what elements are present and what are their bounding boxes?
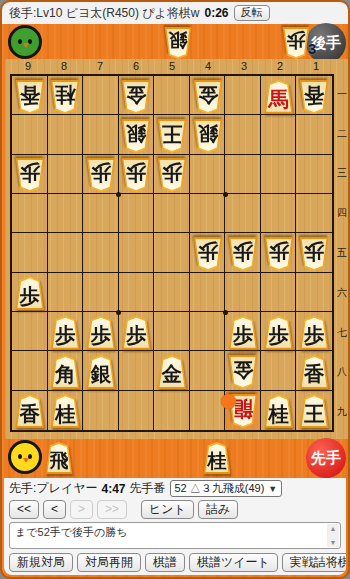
board-cell-3-3[interactable] [225,155,261,194]
board-cell-6-6[interactable] [119,273,155,312]
shogi-piece-金[interactable]: 金 [193,80,223,114]
piece-glyph: 金 [197,84,217,109]
board-cell-9-5[interactable] [12,233,48,272]
piece-glyph: 桂 [55,84,75,109]
shogi-piece-歩[interactable]: 歩 [228,237,258,271]
rank-label: 二 [335,114,349,154]
piece-glyph: 歩 [233,320,253,345]
shogi-piece-歩[interactable]: 歩 [86,158,116,192]
piece-glyph: 香 [304,359,324,384]
board-cell-2-2[interactable] [261,115,297,154]
board-cell-6-9[interactable] [119,391,155,430]
piece-glyph: 歩 [268,320,288,345]
board-cell-2-6[interactable] [261,273,297,312]
rank-label: 五 [335,233,349,273]
board-cell-5-1[interactable] [154,76,190,115]
new-game-button[interactable]: 新規対局 [9,553,73,572]
piece-glyph: 王 [162,123,182,148]
sente-avatar [8,440,42,474]
move-list-select[interactable]: 52 △３九飛成(49) ▼ [170,480,283,497]
board-cell-5-5[interactable] [154,233,190,272]
board-cell-7-6[interactable] [83,273,119,312]
board-cell-3-4[interactable] [225,194,261,233]
shogi-piece-歩[interactable]: 歩 [15,276,45,310]
board-cell-4-6[interactable] [190,273,226,312]
shogi-piece-歩[interactable]: 歩 [299,237,329,271]
scrollbar[interactable]: ▲ ▼ [327,524,339,547]
shogi-piece-歩[interactable]: 歩 [50,316,80,350]
board-cell-7-2[interactable] [83,115,119,154]
piece-glyph: 金 [162,359,182,384]
sente-player-info: 先手:プレイヤー [9,480,97,497]
piece-glyph: 桂 [268,399,288,424]
piece-glyph: 香 [304,84,324,109]
board-cell-3-6[interactable] [225,273,261,312]
board-cell-8-2[interactable] [48,115,84,154]
shogi-piece-金[interactable]: 金 [157,355,187,389]
board-cell-7-5[interactable] [83,233,119,272]
piece-glyph: 飛 [49,446,68,470]
shogi-piece-香[interactable]: 香 [15,80,45,114]
piece-glyph: 歩 [268,241,288,266]
shogi-piece-角[interactable]: 角 [50,355,80,389]
shogi-piece-歩[interactable]: 歩 [193,237,223,271]
shogi-piece-歩[interactable]: 歩 [15,158,45,192]
rank-label: 八 [335,352,349,392]
rank-label: 一 [335,74,349,114]
shogi-piece-歩[interactable]: 歩 [157,158,187,192]
board-cell-6-8[interactable] [119,351,155,390]
piece-glyph: 銀 [197,123,217,148]
piece-glyph: 歩 [91,320,111,345]
shogi-piece-歩[interactable]: 歩 [121,158,151,192]
file-label: 6 [118,60,154,73]
first-move-button[interactable]: << [9,500,39,519]
gote-avatar [8,25,42,59]
piece-glyph: 歩 [91,163,111,188]
piece-glyph: 香 [20,399,40,424]
piece-glyph: 金 [126,84,146,109]
piece-glyph: 歩 [162,163,182,188]
board-cell-4-9[interactable] [190,391,226,430]
avatar-beak [23,43,29,48]
rank-coordinates: 一二三四五六七八九 [335,74,349,432]
piece-glyph: 歩 [304,241,324,266]
board-cell-1-6[interactable] [296,273,332,312]
gote-player-info: 後手:Lv10 ピヨ太(R450) ぴよ将棋w [9,5,200,22]
file-label: 8 [46,60,82,73]
shogi-piece-歩[interactable]: 歩 [86,316,116,350]
board-cell-8-5[interactable] [48,233,84,272]
shogi-piece-歩[interactable]: 歩 [264,316,294,350]
piece-glyph: 銀 [91,359,111,384]
piece-glyph: 銀 [168,31,187,55]
board-cell-2-8[interactable] [261,351,297,390]
board-cell-3-2[interactable] [225,115,261,154]
board-cell-1-2[interactable] [296,115,332,154]
mate-check-button[interactable]: 詰み [198,500,238,519]
shogi-piece-歩[interactable]: 歩 [282,27,310,59]
next-move-button[interactable]: > [70,500,93,519]
hand-piece-count: 3 [308,40,316,57]
board-cell-7-1[interactable] [83,76,119,115]
board-cell-8-4[interactable] [48,194,84,233]
last-move-button[interactable]: >> [97,500,127,519]
piece-glyph: 銀 [126,123,146,148]
shogi-piece-桂[interactable]: 桂 [50,80,80,114]
board-cell-7-9[interactable] [83,391,119,430]
shogi-piece-王[interactable]: 王 [299,394,329,428]
piece-glyph: 香 [20,84,40,109]
shogi-piece-歩[interactable]: 歩 [121,316,151,350]
board-cell-5-9[interactable] [154,391,190,430]
resume-game-button[interactable]: 対局再開 [77,553,141,572]
file-label: 1 [298,60,334,73]
board-cell-8-6[interactable] [48,273,84,312]
file-coordinates: 987654321 [10,60,334,73]
board-cell-5-4[interactable] [154,194,190,233]
sente-badge: 先手 [306,438,346,478]
shogi-piece-歩[interactable]: 歩 [264,237,294,271]
board-cell-6-5[interactable] [119,233,155,272]
shogi-piece-桂[interactable]: 桂 [203,442,231,474]
rank-label: 四 [335,193,349,233]
file-label: 5 [154,60,190,73]
piece-glyph: 金 [233,359,253,384]
shogi-piece-銀[interactable]: 銀 [86,355,116,389]
flip-board-button[interactable]: 反転 [234,5,270,21]
board-cell-2-3[interactable] [261,155,297,194]
board-cell-7-4[interactable] [83,194,119,233]
shogi-piece-銀[interactable]: 銀 [164,27,192,59]
file-label: 4 [190,60,226,73]
board-cell-2-4[interactable] [261,194,297,233]
scroll-up-icon[interactable]: ▲ [330,524,337,533]
shogi-piece-王[interactable]: 王 [157,119,187,153]
board-cell-4-7[interactable] [190,312,226,351]
board-cell-9-4[interactable] [12,194,48,233]
board-cell-9-8[interactable] [12,351,48,390]
sente-clock: 4:47 [101,482,125,496]
piece-glyph: 桂 [207,446,226,470]
piece-glyph: 歩 [304,320,324,345]
shogi-piece-金[interactable]: 金 [228,355,258,389]
piece-glyph: 歩 [20,281,40,306]
avatar-beak [23,458,29,463]
shogi-piece-金[interactable]: 金 [121,80,151,114]
file-label: 3 [226,60,262,73]
last-move-marker [221,394,236,409]
file-label: 9 [10,60,46,73]
shogi-piece-桂[interactable]: 桂 [50,394,80,428]
piece-glyph: 桂 [55,399,75,424]
shogi-piece-香[interactable]: 香 [299,355,329,389]
board-cell-4-4[interactable] [190,194,226,233]
shogi-piece-歩[interactable]: 歩 [299,316,329,350]
board-cell-9-7[interactable] [12,312,48,351]
shogi-piece-香[interactable]: 香 [15,394,45,428]
shogi-piece-銀[interactable]: 銀 [193,119,223,153]
piece-glyph: 歩 [20,163,40,188]
rank-label: 七 [335,313,349,353]
shogi-piece-桂[interactable]: 桂 [264,394,294,428]
file-label: 2 [262,60,298,73]
board-cell-6-4[interactable] [119,194,155,233]
shogi-piece-馬[interactable]: 馬 [264,80,294,114]
turn-indicator: 先手番 [130,480,166,497]
board-cell-5-6[interactable] [154,273,190,312]
shogi-piece-銀[interactable]: 銀 [121,119,151,153]
shogi-piece-飛[interactable]: 飛 [45,442,73,474]
rank-label: 六 [335,273,349,313]
rank-label: 三 [335,154,349,194]
rank-label: 九 [335,392,349,432]
piece-glyph: 角 [55,359,75,384]
star-point [223,192,228,197]
avatar-eye [18,454,22,459]
piece-glyph: 歩 [126,320,146,345]
piece-glyph: 歩 [233,241,253,266]
board-cell-5-7[interactable] [154,312,190,351]
star-point [116,310,121,315]
selected-move: 52 △３九飛成(49) [175,481,265,496]
piyo-shogi-app: 後手:Lv10 ピヨ太(R450) ぴよ将棋w 0:26 反転 後手 98765… [0,0,350,579]
result-message-box[interactable]: まで52手で後手の勝ち ▲ ▼ [9,522,341,549]
board-cell-4-8[interactable] [190,351,226,390]
board-cell-8-3[interactable] [48,155,84,194]
chevron-down-icon: ▼ [268,484,277,494]
hint-button[interactable]: ヒント [141,500,194,519]
piece-glyph: 歩 [286,31,305,55]
piece-glyph: 王 [304,399,324,424]
board-cell-1-4[interactable] [296,194,332,233]
control-panel: 先手:プレイヤー 4:47 先手番 52 △３九飛成(49) ▼ << < > … [4,478,346,575]
star-point [116,192,121,197]
header-bar: 後手:Lv10 ピヨ太(R450) ぴよ将棋w 0:26 反転 [2,2,348,24]
kifu-button[interactable]: 棋譜 [145,553,185,572]
piece-glyph: 歩 [55,320,75,345]
result-message: まで52手で後手の勝ち [15,526,128,538]
star-point [223,310,228,315]
board-cell-1-3[interactable] [296,155,332,194]
piece-glyph: 歩 [197,241,217,266]
board-cell-4-3[interactable] [190,155,226,194]
kifu-tweet-button[interactable]: 棋譜ツイート [189,553,278,572]
avatar-eye [18,39,22,44]
piece-glyph: 馬 [268,84,288,109]
piece-glyph: 龍 [233,399,253,424]
piece-glyph: 歩 [126,163,146,188]
gote-clock: 0:26 [205,6,229,20]
tsume-button[interactable]: 実戦詰将棋 [282,553,346,572]
shogi-piece-香[interactable]: 香 [299,80,329,114]
scroll-down-icon[interactable]: ▼ [330,538,337,547]
file-label: 7 [82,60,118,73]
board-cell-3-1[interactable] [225,76,261,115]
shogi-piece-歩[interactable]: 歩 [228,316,258,350]
board-cell-9-2[interactable] [12,115,48,154]
prev-move-button[interactable]: < [43,500,66,519]
